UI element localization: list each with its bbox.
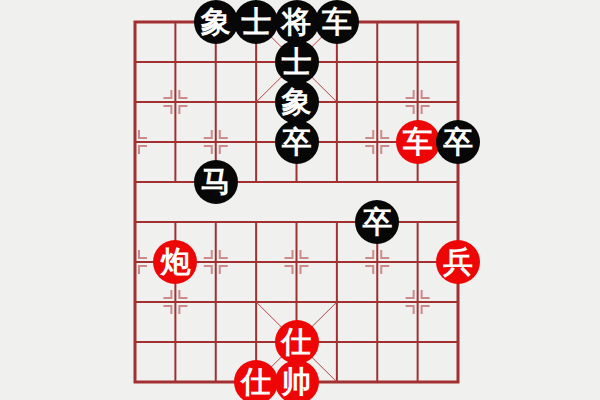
piece-red-advisor[interactable]: 仕	[275, 320, 319, 364]
piece-red-general[interactable]: 帅	[275, 360, 319, 400]
piece-black-soldier[interactable]: 卒	[436, 120, 480, 164]
piece-black-advisor[interactable]: 士	[234, 0, 278, 44]
xiangqi-board: 象士将车士象卒车卒马卒炮兵仕仕帅	[0, 0, 600, 400]
piece-red-chariot[interactable]: 车	[396, 120, 440, 164]
piece-red-soldier[interactable]: 兵	[436, 240, 480, 284]
piece-black-advisor[interactable]: 士	[275, 40, 319, 84]
piece-black-soldier[interactable]: 卒	[355, 200, 399, 244]
piece-black-horse[interactable]: 马	[194, 160, 238, 204]
piece-black-elephant[interactable]: 象	[194, 0, 238, 44]
piece-black-elephant[interactable]: 象	[275, 80, 319, 124]
piece-red-advisor[interactable]: 仕	[234, 360, 278, 400]
piece-black-general[interactable]: 将	[275, 0, 319, 44]
piece-black-soldier[interactable]: 卒	[275, 120, 319, 164]
piece-black-chariot[interactable]: 车	[315, 0, 359, 44]
